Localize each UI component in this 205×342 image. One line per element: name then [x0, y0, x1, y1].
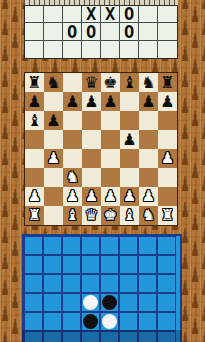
- wallpaper-pawn-icon: ♟: [180, 122, 189, 143]
- ttt-mark-o: O: [67, 22, 77, 42]
- ttt-cell-r3c2[interactable]: [44, 41, 63, 58]
- chess-square-g5[interactable]: [139, 130, 158, 149]
- wallpaper-pawn-icon: ♟: [200, 330, 205, 342]
- othello-cell-r6c1[interactable]: [24, 331, 43, 342]
- chess-square-c3[interactable]: ♞: [63, 168, 82, 187]
- wallpaper-pawn-icon: ♟: [10, 265, 19, 286]
- wallpaper-pawn-icon: ♟: [10, 135, 19, 156]
- othello-cell-r1c2[interactable]: [43, 236, 62, 255]
- othello-board[interactable]: [22, 234, 182, 342]
- wallpaper-pawn-icon: ♟: [190, 291, 199, 312]
- wallpaper-pawn-icon: ♟: [180, 18, 189, 39]
- black-piece-p[interactable]: ♟: [27, 92, 41, 111]
- chess-square-c8[interactable]: [63, 73, 82, 92]
- chess-square-f2[interactable]: ♟: [120, 187, 139, 206]
- ttt-cell-r3c6[interactable]: [120, 41, 139, 58]
- othello-grid: [24, 236, 180, 342]
- othello-disc-white[interactable]: [83, 295, 98, 310]
- othello-cell-r4c4[interactable]: [81, 293, 100, 312]
- othello-cell-r1c5[interactable]: [100, 236, 119, 255]
- chess-square-d8[interactable]: ♛: [82, 73, 101, 92]
- othello-cell-r6c4[interactable]: [81, 331, 100, 342]
- white-piece-p[interactable]: ♟: [104, 187, 117, 206]
- othello-cell-r2c8[interactable]: [157, 255, 176, 274]
- ttt-cell-r1c7[interactable]: [139, 6, 158, 23]
- wallpaper-pawn-icon: ♟: [0, 252, 9, 273]
- othello-cell-r2c5[interactable]: [100, 255, 119, 274]
- othello-cell-r4c6[interactable]: [119, 293, 138, 312]
- wallpaper-pawn-icon: ♟: [180, 96, 189, 117]
- chess-square-d3[interactable]: [82, 168, 101, 187]
- chess-square-c2[interactable]: ♟: [63, 187, 82, 206]
- wallpaper-pawn-icon: ♟: [10, 5, 19, 26]
- wallpaper-pawn-icon: ♟: [200, 18, 205, 39]
- white-piece-p[interactable]: ♟: [66, 187, 79, 206]
- othello-cell-r1c6[interactable]: [119, 236, 138, 255]
- wallpaper-pawn-icon: ♟: [0, 174, 9, 195]
- chess-square-c1[interactable]: ♝: [63, 206, 82, 225]
- ttt-cell-r3c5[interactable]: [101, 41, 120, 58]
- chess-square-b3[interactable]: [44, 168, 63, 187]
- ttt-cell-r1c1[interactable]: [25, 6, 44, 23]
- wallpaper-pawn-icon: ♟: [0, 226, 9, 247]
- black-piece-p[interactable]: ♟: [160, 92, 174, 111]
- othello-cell-r3c8[interactable]: [157, 274, 176, 293]
- chess-square-g3[interactable]: [139, 168, 158, 187]
- wallpaper-pawn-icon: ♟: [190, 109, 199, 130]
- othello-cell-r3c7[interactable]: [138, 274, 157, 293]
- wallpaper-pawn-icon: ♟: [190, 31, 199, 52]
- wallpaper-pawn-icon: ♟: [200, 96, 205, 117]
- chess-board[interactable]: ♜♞♛♚♝♞♜♟♟♟♟♟♟♝♟♟♟♟♞♟♟♟♟♟♟♜♝♛♚♝♞♜: [24, 72, 178, 226]
- wallpaper-pawn-icon: ♟: [10, 213, 19, 234]
- othello-cell-r1c4[interactable]: [81, 236, 100, 255]
- othello-cell-r2c6[interactable]: [119, 255, 138, 274]
- white-piece-r[interactable]: ♜: [28, 206, 41, 225]
- chess-square-a7[interactable]: ♟: [25, 92, 44, 111]
- othello-cell-r3c3[interactable]: [62, 274, 81, 293]
- ttt-cell-r1c5[interactable]: X: [101, 6, 120, 23]
- chess-square-h7[interactable]: ♟: [158, 92, 177, 111]
- othello-cell-r2c4[interactable]: [81, 255, 100, 274]
- app-screen: ♟♟♟♟♟♟♟♟♟♟♟♟♟♟♟♟♟♟♟♟♟♟♟♟♟♟♟♟♟♟♟♟♟♟♟♟♟♟♟♟…: [0, 0, 205, 342]
- ttt-mark-x: X: [105, 4, 115, 24]
- wallpaper-pawn-icon: ♟: [200, 44, 205, 65]
- chess-square-a3[interactable]: [25, 168, 44, 187]
- chess-square-h6[interactable]: [158, 111, 177, 130]
- chess-square-e1[interactable]: ♚: [101, 206, 120, 225]
- wallpaper-pawn-icon: ♟: [180, 0, 189, 13]
- othello-cell-r5c1[interactable]: [24, 312, 43, 331]
- wallpaper-pawn-icon: ♟: [0, 0, 9, 13]
- wallpaper-pawn-icon: ♟: [0, 44, 9, 65]
- chess-square-h8[interactable]: ♜: [158, 73, 177, 92]
- othello-disc-white[interactable]: [102, 314, 117, 329]
- chess-square-e7[interactable]: ♟: [101, 92, 120, 111]
- chess-square-e6[interactable]: [101, 111, 120, 130]
- chess-square-g7[interactable]: ♟: [139, 92, 158, 111]
- wallpaper-pawn-icon: ♟: [190, 5, 199, 26]
- black-piece-q[interactable]: ♛: [84, 73, 98, 92]
- chess-square-f5[interactable]: ♟: [120, 130, 139, 149]
- wallpaper-pawn-icon: ♟: [200, 174, 205, 195]
- wallpaper-pawn-icon: ♟: [200, 304, 205, 325]
- othello-cell-r5c3[interactable]: [62, 312, 81, 331]
- chess-square-c6[interactable]: [63, 111, 82, 130]
- othello-cell-r2c2[interactable]: [43, 255, 62, 274]
- black-piece-p[interactable]: ♟: [65, 92, 79, 111]
- ttt-cell-r2c8[interactable]: [158, 23, 177, 40]
- wallpaper-pawn-icon: ♟: [10, 239, 19, 260]
- othello-cell-r5c7[interactable]: [138, 312, 157, 331]
- wallpaper-pawn-icon: ♟: [200, 122, 205, 143]
- black-piece-p[interactable]: ♟: [84, 92, 98, 111]
- wallpaper-pawn-icon: ♟: [200, 0, 205, 13]
- chess-square-a1[interactable]: ♜: [25, 206, 44, 225]
- othello-disc-black[interactable]: [102, 295, 117, 310]
- wallpaper-pawn-icon: ♟: [10, 317, 19, 338]
- black-piece-b[interactable]: ♝: [27, 111, 41, 130]
- ttt-cell-r2c5[interactable]: [101, 23, 120, 40]
- black-piece-p[interactable]: ♟: [141, 92, 155, 111]
- ttt-cell-r1c2[interactable]: [44, 6, 63, 23]
- black-piece-p[interactable]: ♟: [46, 111, 60, 130]
- wallpaper-pawn-icon: ♟: [0, 304, 9, 325]
- chess-square-d5[interactable]: [82, 130, 101, 149]
- wallpaper-pawn-icon: ♟: [10, 161, 19, 182]
- ttt-cell-r2c2[interactable]: [44, 23, 63, 40]
- ttt-cell-r2c4[interactable]: O: [82, 23, 101, 40]
- chess-square-b1[interactable]: [44, 206, 63, 225]
- ttt-cell-r3c7[interactable]: [139, 41, 158, 58]
- wallpaper-pawn-icon: ♟: [0, 148, 9, 169]
- white-piece-p[interactable]: ♟: [142, 187, 155, 206]
- chess-square-h1[interactable]: ♜: [158, 206, 177, 225]
- white-piece-p[interactable]: ♟: [161, 149, 174, 168]
- chess-square-a2[interactable]: ♟: [25, 187, 44, 206]
- wallpaper-pawn-icon: ♟: [190, 239, 199, 260]
- chess-square-g6[interactable]: [139, 111, 158, 130]
- wallpaper-pawn-icon: ♟: [190, 187, 199, 208]
- othello-cell-r5c4[interactable]: [81, 312, 100, 331]
- wallpaper-pawn-icon: ♟: [10, 83, 19, 104]
- chess-square-g4[interactable]: [139, 149, 158, 168]
- chess-square-e4[interactable]: [101, 149, 120, 168]
- wallpaper-pawn-icon: ♟: [190, 265, 199, 286]
- chess-square-a8[interactable]: ♜: [25, 73, 44, 92]
- chess-square-d4[interactable]: [82, 149, 101, 168]
- othello-cell-r4c1[interactable]: [24, 293, 43, 312]
- othello-cell-r6c2[interactable]: [43, 331, 62, 342]
- chess-square-h3[interactable]: [158, 168, 177, 187]
- wallpaper-pawn-icon: ♟: [10, 109, 19, 130]
- wallpaper-pawn-icon: ♟: [200, 200, 205, 221]
- ttt-cell-r3c3[interactable]: [63, 41, 82, 58]
- ttt-cell-r2c1[interactable]: [25, 23, 44, 40]
- wallpaper-pawn-icon: ♟: [200, 70, 205, 91]
- wallpaper-pawn-icon: ♟: [200, 148, 205, 169]
- chess-square-e8[interactable]: ♚: [101, 73, 120, 92]
- black-piece-k[interactable]: ♚: [103, 73, 117, 92]
- othello-disc-black[interactable]: [83, 314, 98, 329]
- othello-cell-r6c7[interactable]: [138, 331, 157, 342]
- othello-cell-r1c7[interactable]: [138, 236, 157, 255]
- othello-cell-r1c8[interactable]: [157, 236, 176, 255]
- black-piece-n[interactable]: ♞: [141, 73, 155, 92]
- black-piece-p[interactable]: ♟: [103, 92, 117, 111]
- ttt-cell-r3c8[interactable]: [158, 41, 177, 58]
- othello-cell-r6c6[interactable]: [119, 331, 138, 342]
- chess-square-g1[interactable]: ♞: [139, 206, 158, 225]
- wallpaper-pawn-icon: ♟: [0, 96, 9, 117]
- wallpaper-pawn-icon: ♟: [0, 18, 9, 39]
- chess-square-c5[interactable]: [63, 130, 82, 149]
- othello-cell-r4c8[interactable]: [157, 293, 176, 312]
- chess-square-a4[interactable]: [25, 149, 44, 168]
- chess-square-g2[interactable]: ♟: [139, 187, 158, 206]
- wallpaper-pawn-icon: ♟: [190, 135, 199, 156]
- white-piece-b[interactable]: ♝: [123, 206, 136, 225]
- wallpaper-pawn-icon: ♟: [190, 161, 199, 182]
- chess-square-e2[interactable]: ♟: [101, 187, 120, 206]
- chess-square-b5[interactable]: [44, 130, 63, 149]
- othello-cell-r3c5[interactable]: [100, 274, 119, 293]
- othello-cell-r4c5[interactable]: [100, 293, 119, 312]
- chess-square-f1[interactable]: ♝: [120, 206, 139, 225]
- chess-square-h5[interactable]: [158, 130, 177, 149]
- white-piece-b[interactable]: ♝: [66, 206, 79, 225]
- othello-cell-r5c8[interactable]: [157, 312, 176, 331]
- othello-cell-r3c1[interactable]: [24, 274, 43, 293]
- wallpaper-pawn-icon: ♟: [0, 122, 9, 143]
- wallpaper-pawn-icon: ♟: [180, 148, 189, 169]
- chess-square-a6[interactable]: ♝: [25, 111, 44, 130]
- othello-cell-r3c6[interactable]: [119, 274, 138, 293]
- white-piece-p[interactable]: ♟: [85, 187, 98, 206]
- chess-square-d6[interactable]: [82, 111, 101, 130]
- othello-cell-r4c2[interactable]: [43, 293, 62, 312]
- chess-square-d7[interactable]: ♟: [82, 92, 101, 111]
- wallpaper-pawn-icon: ♟: [190, 57, 199, 78]
- black-piece-n[interactable]: ♞: [46, 73, 60, 92]
- chess-square-a5[interactable]: [25, 130, 44, 149]
- ttt-cell-r2c7[interactable]: [139, 23, 158, 40]
- chess-square-c4[interactable]: [63, 149, 82, 168]
- black-piece-r[interactable]: ♜: [27, 73, 41, 92]
- ttt-cell-r1c8[interactable]: [158, 6, 177, 23]
- ttt-cell-r2c3[interactable]: O: [63, 23, 82, 40]
- wallpaper-pawn-icon: ♟: [180, 44, 189, 65]
- black-piece-b[interactable]: ♝: [122, 73, 136, 92]
- ttt-cell-r2c6[interactable]: O: [120, 23, 139, 40]
- chess-square-h4[interactable]: ♟: [158, 149, 177, 168]
- chess-square-b4[interactable]: ♟: [44, 149, 63, 168]
- chess-square-g8[interactable]: ♞: [139, 73, 158, 92]
- white-piece-r[interactable]: ♜: [161, 206, 174, 225]
- wallpaper-pawn-icon: ♟: [200, 278, 205, 299]
- white-piece-q[interactable]: ♛: [85, 206, 98, 225]
- ttt-cell-r3c1[interactable]: [25, 41, 44, 58]
- wallpaper-pawn-icon: ♟: [200, 226, 205, 247]
- wallpaper-pawn-icon: ♟: [10, 57, 19, 78]
- black-piece-p[interactable]: ♟: [122, 130, 136, 149]
- othello-cell-r5c2[interactable]: [43, 312, 62, 331]
- chess-square-f3[interactable]: [120, 168, 139, 187]
- ttt-mark-o: O: [124, 22, 134, 42]
- chess-square-b8[interactable]: ♞: [44, 73, 63, 92]
- wallpaper-pawn-icon: ♟: [0, 330, 9, 342]
- tictactoe-board[interactable]: XXOOOO: [24, 5, 178, 59]
- white-piece-n[interactable]: ♞: [142, 206, 155, 225]
- othello-cell-r5c5[interactable]: [100, 312, 119, 331]
- chess-square-b7[interactable]: [44, 92, 63, 111]
- chess-square-d1[interactable]: ♛: [82, 206, 101, 225]
- chess-square-b6[interactable]: ♟: [44, 111, 63, 130]
- chess-square-b2[interactable]: [44, 187, 63, 206]
- othello-cell-r2c3[interactable]: [62, 255, 81, 274]
- wallpaper-pawn-icon: ♟: [180, 200, 189, 221]
- wallpaper-pawn-icon: ♟: [10, 31, 19, 52]
- othello-cell-r1c3[interactable]: [62, 236, 81, 255]
- wallpaper-pawn-icon: ♟: [0, 200, 9, 221]
- othello-cell-r2c7[interactable]: [138, 255, 157, 274]
- wallpaper-pawn-icon: ♟: [200, 252, 205, 273]
- black-piece-r[interactable]: ♜: [160, 73, 174, 92]
- othello-cell-r3c2[interactable]: [43, 274, 62, 293]
- wallpaper-pawn-icon: ♟: [10, 187, 19, 208]
- ttt-mark-o: O: [86, 22, 96, 42]
- wallpaper-pawn-icon: ♟: [190, 213, 199, 234]
- wallpaper-pawn-icon: ♟: [190, 83, 199, 104]
- othello-cell-r1c1[interactable]: [24, 236, 43, 255]
- chess-square-f7[interactable]: [120, 92, 139, 111]
- chess-square-f4[interactable]: [120, 149, 139, 168]
- chess-square-e5[interactable]: [101, 130, 120, 149]
- chess-square-f6[interactable]: [120, 111, 139, 130]
- white-piece-p[interactable]: ♟: [28, 187, 41, 206]
- ttt-cell-r3c4[interactable]: [82, 41, 101, 58]
- wallpaper-pawn-icon: ♟: [10, 291, 19, 312]
- othello-cell-r5c6[interactable]: [119, 312, 138, 331]
- chess-square-f8[interactable]: ♝: [120, 73, 139, 92]
- chess-square-c7[interactable]: ♟: [63, 92, 82, 111]
- wallpaper-pawn-icon: ♟: [180, 70, 189, 91]
- chess-square-h2[interactable]: [158, 187, 177, 206]
- othello-cell-r6c3[interactable]: [62, 331, 81, 342]
- white-piece-n[interactable]: ♞: [66, 168, 79, 187]
- othello-cell-r4c3[interactable]: [62, 293, 81, 312]
- wallpaper-pawn-icon: ♟: [180, 174, 189, 195]
- white-piece-p[interactable]: ♟: [123, 187, 136, 206]
- othello-cell-r6c8[interactable]: [157, 331, 176, 342]
- othello-cell-r3c4[interactable]: [81, 274, 100, 293]
- othello-cell-r6c5[interactable]: [100, 331, 119, 342]
- wallpaper-pawn-icon: ♟: [190, 317, 199, 338]
- chess-square-e3[interactable]: [101, 168, 120, 187]
- white-piece-p[interactable]: ♟: [47, 149, 60, 168]
- wallpaper-pawn-icon: ♟: [0, 278, 9, 299]
- white-piece-k[interactable]: ♚: [104, 206, 117, 225]
- othello-cell-r2c1[interactable]: [24, 255, 43, 274]
- othello-cell-r4c7[interactable]: [138, 293, 157, 312]
- chess-square-d2[interactable]: ♟: [82, 187, 101, 206]
- wallpaper-pawn-icon: ♟: [0, 70, 9, 91]
